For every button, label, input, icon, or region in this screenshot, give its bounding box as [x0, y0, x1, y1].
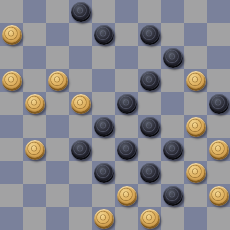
light-square-r0c4 [92, 0, 115, 23]
square-31[interactable] [23, 138, 46, 161]
light-square-r4c2 [46, 92, 69, 115]
square-20[interactable] [184, 69, 207, 92]
gold-man[interactable] [186, 117, 206, 137]
square-43[interactable] [115, 184, 138, 207]
square-5[interactable] [207, 0, 230, 23]
black-man[interactable] [209, 94, 229, 114]
light-square-r1c3 [69, 23, 92, 46]
square-44[interactable] [161, 184, 184, 207]
black-man[interactable] [94, 163, 114, 183]
light-square-r2c2 [46, 46, 69, 69]
gold-man[interactable] [117, 186, 137, 206]
light-square-r8c2 [46, 184, 69, 207]
light-square-r0c8 [184, 0, 207, 23]
square-47[interactable] [46, 207, 69, 230]
square-33[interactable] [115, 138, 138, 161]
square-45[interactable] [207, 184, 230, 207]
gold-man[interactable] [94, 209, 114, 229]
square-50[interactable] [184, 207, 207, 230]
square-23[interactable] [115, 92, 138, 115]
light-square-r6c8 [184, 138, 207, 161]
black-man[interactable] [140, 163, 160, 183]
light-square-r0c6 [138, 0, 161, 23]
light-square-r7c7 [161, 161, 184, 184]
light-square-r5c1 [23, 115, 46, 138]
square-8[interactable] [92, 23, 115, 46]
light-square-r8c0 [0, 184, 23, 207]
square-9[interactable] [138, 23, 161, 46]
square-42[interactable] [69, 184, 92, 207]
light-square-r9c7 [161, 207, 184, 230]
square-40[interactable] [184, 161, 207, 184]
light-square-r3c5 [115, 69, 138, 92]
light-square-r9c3 [69, 207, 92, 230]
light-square-r5c9 [207, 115, 230, 138]
square-28[interactable] [92, 115, 115, 138]
light-square-r9c9 [207, 207, 230, 230]
black-man[interactable] [71, 140, 91, 160]
light-square-r6c6 [138, 138, 161, 161]
light-square-r6c0 [0, 138, 23, 161]
square-10[interactable] [184, 23, 207, 46]
square-4[interactable] [161, 0, 184, 23]
light-square-r4c6 [138, 92, 161, 115]
square-7[interactable] [46, 23, 69, 46]
square-30[interactable] [184, 115, 207, 138]
light-square-r1c1 [23, 23, 46, 46]
light-square-r5c7 [161, 115, 184, 138]
square-36[interactable] [0, 161, 23, 184]
black-man[interactable] [71, 2, 91, 22]
gold-man[interactable] [2, 71, 22, 91]
square-29[interactable] [138, 115, 161, 138]
square-24[interactable] [161, 92, 184, 115]
black-man[interactable] [117, 94, 137, 114]
square-27[interactable] [46, 115, 69, 138]
square-41[interactable] [23, 184, 46, 207]
light-square-r4c8 [184, 92, 207, 115]
gold-man[interactable] [2, 25, 22, 45]
light-square-r8c8 [184, 184, 207, 207]
square-16[interactable] [0, 69, 23, 92]
black-man[interactable] [94, 25, 114, 45]
gold-man[interactable] [48, 71, 68, 91]
square-22[interactable] [69, 92, 92, 115]
black-man[interactable] [117, 140, 137, 160]
square-18[interactable] [92, 69, 115, 92]
light-square-r8c4 [92, 184, 115, 207]
light-square-r2c0 [0, 46, 23, 69]
light-square-r7c3 [69, 161, 92, 184]
light-square-r0c0 [0, 0, 23, 23]
gold-man[interactable] [209, 140, 229, 160]
light-square-r7c1 [23, 161, 46, 184]
square-13[interactable] [115, 46, 138, 69]
light-square-r1c7 [161, 23, 184, 46]
square-34[interactable] [161, 138, 184, 161]
light-square-r7c9 [207, 161, 230, 184]
light-square-r0c2 [46, 0, 69, 23]
light-square-r3c1 [23, 69, 46, 92]
black-man[interactable] [140, 25, 160, 45]
square-19[interactable] [138, 69, 161, 92]
light-square-r3c3 [69, 69, 92, 92]
square-12[interactable] [69, 46, 92, 69]
black-man[interactable] [140, 117, 160, 137]
gold-man[interactable] [186, 71, 206, 91]
gold-man[interactable] [25, 94, 45, 114]
square-21[interactable] [23, 92, 46, 115]
light-square-r6c4 [92, 138, 115, 161]
gold-man[interactable] [25, 140, 45, 160]
light-square-r9c1 [23, 207, 46, 230]
light-square-r1c9 [207, 23, 230, 46]
square-14[interactable] [161, 46, 184, 69]
square-26[interactable] [0, 115, 23, 138]
light-square-r4c0 [0, 92, 23, 115]
light-square-r3c7 [161, 69, 184, 92]
light-square-r3c9 [207, 69, 230, 92]
black-man[interactable] [163, 186, 183, 206]
square-11[interactable] [23, 46, 46, 69]
light-square-r9c5 [115, 207, 138, 230]
black-man[interactable] [163, 48, 183, 68]
light-square-r4c4 [92, 92, 115, 115]
gold-man[interactable] [209, 186, 229, 206]
light-square-r2c6 [138, 46, 161, 69]
square-38[interactable] [92, 161, 115, 184]
square-35[interactable] [207, 138, 230, 161]
gold-man[interactable] [71, 94, 91, 114]
square-1[interactable] [23, 0, 46, 23]
square-6[interactable] [0, 23, 23, 46]
light-square-r2c8 [184, 46, 207, 69]
square-32[interactable] [69, 138, 92, 161]
black-man[interactable] [140, 71, 160, 91]
light-square-r1c5 [115, 23, 138, 46]
gold-man[interactable] [186, 163, 206, 183]
square-2[interactable] [69, 0, 92, 23]
black-man[interactable] [94, 117, 114, 137]
gold-man[interactable] [140, 209, 160, 229]
square-25[interactable] [207, 92, 230, 115]
square-37[interactable] [46, 161, 69, 184]
light-square-r5c5 [115, 115, 138, 138]
square-3[interactable] [115, 0, 138, 23]
light-square-r5c3 [69, 115, 92, 138]
square-48[interactable] [92, 207, 115, 230]
light-square-r7c5 [115, 161, 138, 184]
black-man[interactable] [163, 140, 183, 160]
draughts-board [0, 0, 230, 230]
square-46[interactable] [0, 207, 23, 230]
square-39[interactable] [138, 161, 161, 184]
light-square-r2c4 [92, 46, 115, 69]
light-square-r8c6 [138, 184, 161, 207]
light-square-r6c2 [46, 138, 69, 161]
square-15[interactable] [207, 46, 230, 69]
square-17[interactable] [46, 69, 69, 92]
square-49[interactable] [138, 207, 161, 230]
